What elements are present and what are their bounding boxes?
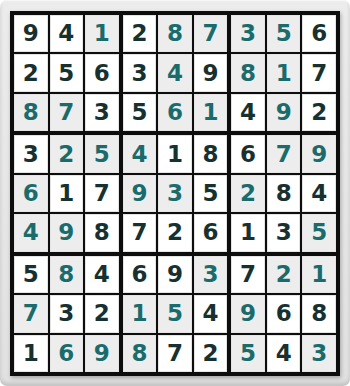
- cell-r2c9[interactable]: 7: [302, 54, 336, 91]
- cell-r6c6[interactable]: 6: [194, 214, 228, 251]
- cell-r7c6[interactable]: 3: [194, 256, 228, 293]
- sudoku-box-3: 356817492: [231, 15, 336, 131]
- cell-r9c7[interactable]: 5: [231, 335, 265, 372]
- cell-r5c3[interactable]: 7: [85, 175, 119, 212]
- cell-r2c8[interactable]: 1: [267, 54, 301, 91]
- cell-r3c4[interactable]: 5: [123, 94, 157, 131]
- cell-r4c3[interactable]: 5: [85, 135, 119, 172]
- cell-r2c5[interactable]: 4: [158, 54, 192, 91]
- cell-r8c5[interactable]: 5: [158, 295, 192, 332]
- sudoku-box-5: 418935726: [123, 135, 228, 251]
- cell-r8c4[interactable]: 1: [123, 295, 157, 332]
- cell-r6c4[interactable]: 7: [123, 214, 157, 251]
- cell-r3c9[interactable]: 2: [302, 94, 336, 131]
- cell-r7c8[interactable]: 2: [267, 256, 301, 293]
- cell-r2c6[interactable]: 9: [194, 54, 228, 91]
- cell-r4c4[interactable]: 4: [123, 135, 157, 172]
- cell-r3c7[interactable]: 4: [231, 94, 265, 131]
- cell-r6c8[interactable]: 3: [267, 214, 301, 251]
- cell-r4c8[interactable]: 7: [267, 135, 301, 172]
- cell-r5c1[interactable]: 6: [14, 175, 48, 212]
- cell-r9c9[interactable]: 3: [302, 335, 336, 372]
- cell-r3c6[interactable]: 1: [194, 94, 228, 131]
- sudoku-box-8: 693154872: [123, 256, 228, 372]
- cell-r8c7[interactable]: 9: [231, 295, 265, 332]
- cell-r7c7[interactable]: 7: [231, 256, 265, 293]
- cell-r7c3[interactable]: 4: [85, 256, 119, 293]
- cell-r1c5[interactable]: 8: [158, 15, 192, 52]
- cell-r5c2[interactable]: 1: [50, 175, 84, 212]
- cell-r8c6[interactable]: 4: [194, 295, 228, 332]
- cell-r9c1[interactable]: 1: [14, 335, 48, 372]
- cell-r8c1[interactable]: 7: [14, 295, 48, 332]
- cell-r5c4[interactable]: 9: [123, 175, 157, 212]
- cell-r2c2[interactable]: 5: [50, 54, 84, 91]
- cell-r1c6[interactable]: 7: [194, 15, 228, 52]
- cell-r3c1[interactable]: 8: [14, 94, 48, 131]
- cell-r9c5[interactable]: 7: [158, 335, 192, 372]
- cell-r6c9[interactable]: 5: [302, 214, 336, 251]
- cell-r2c4[interactable]: 3: [123, 54, 157, 91]
- cell-r6c3[interactable]: 8: [85, 214, 119, 251]
- cell-r7c9[interactable]: 1: [302, 256, 336, 293]
- cell-r3c3[interactable]: 3: [85, 94, 119, 131]
- cell-r2c3[interactable]: 6: [85, 54, 119, 91]
- sudoku-box-1: 941256873: [14, 15, 119, 131]
- cell-r5c9[interactable]: 4: [302, 175, 336, 212]
- cell-r5c7[interactable]: 2: [231, 175, 265, 212]
- cell-r6c2[interactable]: 9: [50, 214, 84, 251]
- cell-r8c9[interactable]: 8: [302, 295, 336, 332]
- cell-r8c2[interactable]: 3: [50, 295, 84, 332]
- cell-r3c2[interactable]: 7: [50, 94, 84, 131]
- cell-r8c8[interactable]: 6: [267, 295, 301, 332]
- sudoku-panel: 9412568732873495613568174923256174984189…: [0, 0, 350, 386]
- cell-r9c4[interactable]: 8: [123, 335, 157, 372]
- cell-r7c5[interactable]: 9: [158, 256, 192, 293]
- cell-r1c8[interactable]: 5: [267, 15, 301, 52]
- cell-r9c6[interactable]: 2: [194, 335, 228, 372]
- cell-r4c7[interactable]: 6: [231, 135, 265, 172]
- cell-r5c5[interactable]: 3: [158, 175, 192, 212]
- cell-r4c1[interactable]: 3: [14, 135, 48, 172]
- cell-r9c8[interactable]: 4: [267, 335, 301, 372]
- cell-r4c9[interactable]: 9: [302, 135, 336, 172]
- sudoku-box-2: 287349561: [123, 15, 228, 131]
- cell-r8c3[interactable]: 2: [85, 295, 119, 332]
- cell-r7c1[interactable]: 5: [14, 256, 48, 293]
- sudoku-box-9: 721968543: [231, 256, 336, 372]
- cell-r1c4[interactable]: 2: [123, 15, 157, 52]
- cell-r7c4[interactable]: 6: [123, 256, 157, 293]
- cell-r7c2[interactable]: 8: [50, 256, 84, 293]
- cell-r3c5[interactable]: 6: [158, 94, 192, 131]
- cell-r1c9[interactable]: 6: [302, 15, 336, 52]
- cell-r4c2[interactable]: 2: [50, 135, 84, 172]
- sudoku-board: 9412568732873495613568174923256174984189…: [10, 11, 340, 376]
- cell-r5c8[interactable]: 8: [267, 175, 301, 212]
- cell-r6c7[interactable]: 1: [231, 214, 265, 251]
- cell-r6c1[interactable]: 4: [14, 214, 48, 251]
- cell-r2c1[interactable]: 2: [14, 54, 48, 91]
- sudoku-box-7: 584732169: [14, 256, 119, 372]
- cell-r3c8[interactable]: 9: [267, 94, 301, 131]
- cell-r9c2[interactable]: 6: [50, 335, 84, 372]
- cell-r2c7[interactable]: 8: [231, 54, 265, 91]
- cell-r1c1[interactable]: 9: [14, 15, 48, 52]
- cell-r6c5[interactable]: 2: [158, 214, 192, 251]
- cell-r9c3[interactable]: 9: [85, 335, 119, 372]
- cell-r4c6[interactable]: 8: [194, 135, 228, 172]
- cell-r1c3[interactable]: 1: [85, 15, 119, 52]
- sudoku-box-6: 679284135: [231, 135, 336, 251]
- cell-r1c7[interactable]: 3: [231, 15, 265, 52]
- cell-r5c6[interactable]: 5: [194, 175, 228, 212]
- cell-r4c5[interactable]: 1: [158, 135, 192, 172]
- sudoku-box-4: 325617498: [14, 135, 119, 251]
- cell-r1c2[interactable]: 4: [50, 15, 84, 52]
